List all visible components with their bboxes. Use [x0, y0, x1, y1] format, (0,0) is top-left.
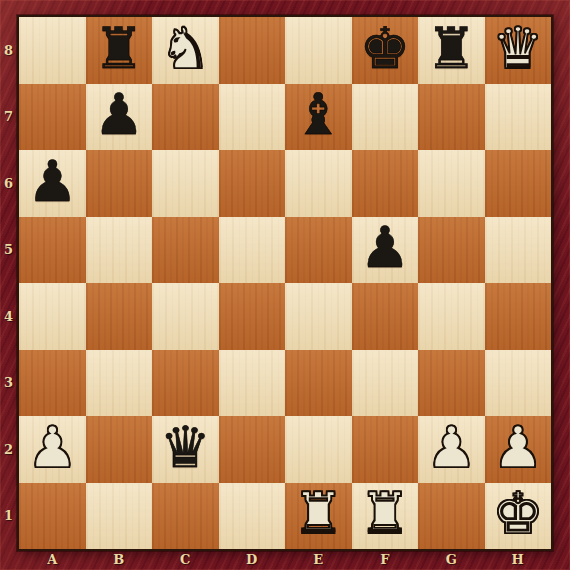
square-h7[interactable]: [485, 84, 552, 151]
square-g4[interactable]: [418, 283, 485, 350]
rank-label-7: 7: [0, 84, 17, 151]
square-d1[interactable]: [219, 483, 286, 550]
rank-labels: 87654321: [0, 17, 17, 549]
square-d2[interactable]: [219, 416, 286, 483]
square-g2[interactable]: ♟︎: [418, 416, 485, 483]
file-label-b: B: [86, 551, 153, 568]
square-b6[interactable]: [86, 150, 153, 217]
square-c8[interactable]: ♞︎: [152, 17, 219, 84]
chess-board: ♜︎♞︎♚︎♜︎♛︎♟︎♝︎♟︎♟︎♟︎♛︎♟︎♟︎♜︎♜︎♚︎: [17, 15, 553, 551]
square-f5[interactable]: ♟︎: [352, 217, 419, 284]
rank-label-2: 2: [0, 416, 17, 483]
piece-white-knight-c8[interactable]: ♞︎: [160, 20, 211, 77]
square-a5[interactable]: [19, 217, 86, 284]
square-e5[interactable]: [285, 217, 352, 284]
square-d4[interactable]: [219, 283, 286, 350]
square-f7[interactable]: [352, 84, 419, 151]
square-f8[interactable]: ♚︎: [352, 17, 419, 84]
piece-white-queen-h8[interactable]: ♛︎: [492, 20, 543, 77]
square-e1[interactable]: ♜︎: [285, 483, 352, 550]
file-label-a: A: [19, 551, 86, 568]
piece-black-pawn-b7[interactable]: ♟︎: [93, 86, 144, 143]
square-d6[interactable]: [219, 150, 286, 217]
square-g7[interactable]: [418, 84, 485, 151]
square-e2[interactable]: [285, 416, 352, 483]
square-e8[interactable]: [285, 17, 352, 84]
piece-black-rook-b8[interactable]: ♜︎: [93, 20, 144, 77]
chess-diagram: ♜︎♞︎♚︎♜︎♛︎♟︎♝︎♟︎♟︎♟︎♛︎♟︎♟︎♜︎♜︎♚︎ 8765432…: [0, 0, 570, 570]
square-d3[interactable]: [219, 350, 286, 417]
square-e4[interactable]: [285, 283, 352, 350]
piece-black-pawn-a6[interactable]: ♟︎: [27, 153, 78, 210]
square-d5[interactable]: [219, 217, 286, 284]
piece-black-pawn-f5[interactable]: ♟︎: [359, 219, 410, 276]
square-a4[interactable]: [19, 283, 86, 350]
square-d7[interactable]: [219, 84, 286, 151]
square-a8[interactable]: [19, 17, 86, 84]
square-b3[interactable]: [86, 350, 153, 417]
file-label-d: D: [219, 551, 286, 568]
piece-black-bishop-e7[interactable]: ♝︎: [293, 86, 344, 143]
square-h2[interactable]: ♟︎: [485, 416, 552, 483]
square-c3[interactable]: [152, 350, 219, 417]
square-c4[interactable]: [152, 283, 219, 350]
square-b2[interactable]: [86, 416, 153, 483]
square-f4[interactable]: [352, 283, 419, 350]
square-c6[interactable]: [152, 150, 219, 217]
square-e7[interactable]: ♝︎: [285, 84, 352, 151]
file-label-e: E: [285, 551, 352, 568]
square-h3[interactable]: [485, 350, 552, 417]
file-label-h: H: [485, 551, 552, 568]
square-a3[interactable]: [19, 350, 86, 417]
square-g8[interactable]: ♜︎: [418, 17, 485, 84]
square-a1[interactable]: [19, 483, 86, 550]
square-g6[interactable]: [418, 150, 485, 217]
file-label-c: C: [152, 551, 219, 568]
piece-white-rook-f1[interactable]: ♜︎: [359, 485, 410, 542]
piece-black-rook-g8[interactable]: ♜︎: [426, 20, 477, 77]
square-b4[interactable]: [86, 283, 153, 350]
square-a7[interactable]: [19, 84, 86, 151]
square-h8[interactable]: ♛︎: [485, 17, 552, 84]
square-g5[interactable]: [418, 217, 485, 284]
square-f2[interactable]: [352, 416, 419, 483]
piece-white-rook-e1[interactable]: ♜︎: [293, 485, 344, 542]
square-e6[interactable]: [285, 150, 352, 217]
rank-label-8: 8: [0, 17, 17, 84]
square-b5[interactable]: [86, 217, 153, 284]
square-b8[interactable]: ♜︎: [86, 17, 153, 84]
square-a6[interactable]: ♟︎: [19, 150, 86, 217]
rank-label-4: 4: [0, 283, 17, 350]
square-c7[interactable]: [152, 84, 219, 151]
square-b7[interactable]: ♟︎: [86, 84, 153, 151]
rank-label-1: 1: [0, 483, 17, 550]
square-e3[interactable]: [285, 350, 352, 417]
square-f1[interactable]: ♜︎: [352, 483, 419, 550]
piece-white-king-h1[interactable]: ♚︎: [492, 485, 543, 542]
square-g3[interactable]: [418, 350, 485, 417]
square-h1[interactable]: ♚︎: [485, 483, 552, 550]
file-label-f: F: [352, 551, 419, 568]
square-d8[interactable]: [219, 17, 286, 84]
piece-white-pawn-h2[interactable]: ♟︎: [492, 419, 543, 476]
square-b1[interactable]: [86, 483, 153, 550]
square-f3[interactable]: [352, 350, 419, 417]
piece-black-king-f8[interactable]: ♚︎: [359, 20, 410, 77]
square-g1[interactable]: [418, 483, 485, 550]
square-a2[interactable]: ♟︎: [19, 416, 86, 483]
square-h5[interactable]: [485, 217, 552, 284]
square-c2[interactable]: ♛︎: [152, 416, 219, 483]
square-f6[interactable]: [352, 150, 419, 217]
rank-label-5: 5: [0, 217, 17, 284]
rank-label-6: 6: [0, 150, 17, 217]
file-labels: ABCDEFGH: [19, 551, 551, 568]
piece-black-queen-c2[interactable]: ♛︎: [160, 419, 211, 476]
square-c5[interactable]: [152, 217, 219, 284]
square-c1[interactable]: [152, 483, 219, 550]
square-h6[interactable]: [485, 150, 552, 217]
file-label-g: G: [418, 551, 485, 568]
piece-white-pawn-g2[interactable]: ♟︎: [426, 419, 477, 476]
rank-label-3: 3: [0, 350, 17, 417]
piece-white-pawn-a2[interactable]: ♟︎: [27, 419, 78, 476]
square-h4[interactable]: [485, 283, 552, 350]
